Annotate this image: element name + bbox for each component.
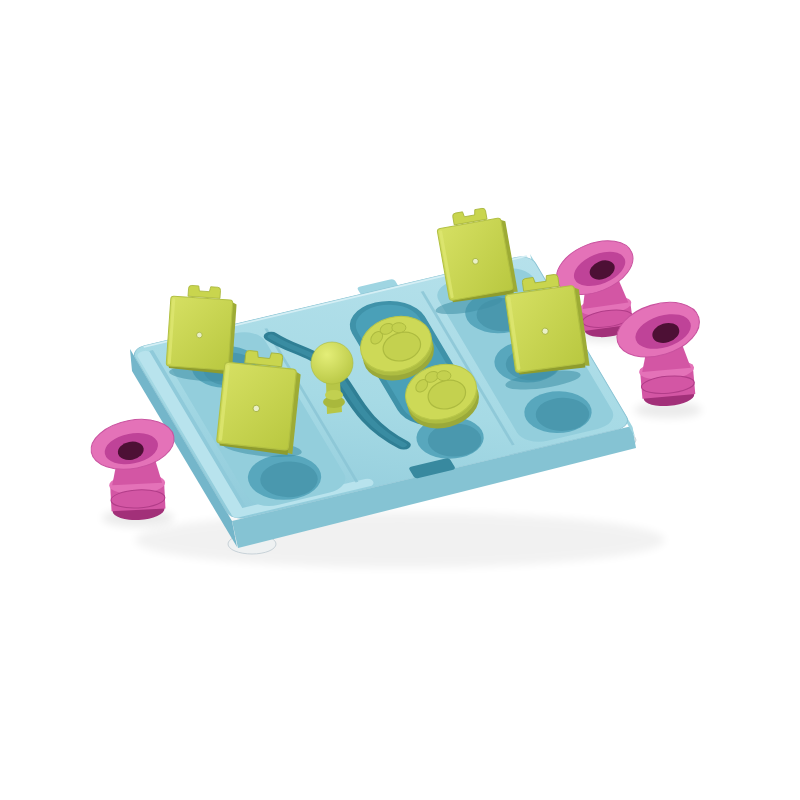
puzzle-toy-illustration xyxy=(0,0,800,800)
board-shadow xyxy=(135,512,665,568)
cone-3 xyxy=(86,412,181,522)
flip-lid-1 xyxy=(166,284,238,374)
product-photo-canvas xyxy=(0,0,800,800)
knob-collar-top xyxy=(325,390,343,400)
knob-ball xyxy=(311,342,353,384)
flip-lid-3 xyxy=(435,205,518,305)
